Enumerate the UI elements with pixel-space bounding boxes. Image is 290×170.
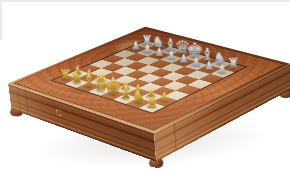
drawer-ring-pull: [56, 108, 62, 117]
square-h1: ♜: [139, 102, 165, 112]
chess-set-photo: ♜♞♝♛♚♝♞♜♟♟♟♟♟♟♟♟♟♟♟♟♟♟♟♟♜♞♝♛♚♝♞♜: [0, 0, 290, 170]
scene-perspective: ♜♞♝♛♚♝♞♜♟♟♟♟♟♟♟♟♟♟♟♟♟♟♟♟♜♞♝♛♚♝♞♜: [0, 0, 290, 170]
square-h7: ♟: [210, 69, 234, 78]
